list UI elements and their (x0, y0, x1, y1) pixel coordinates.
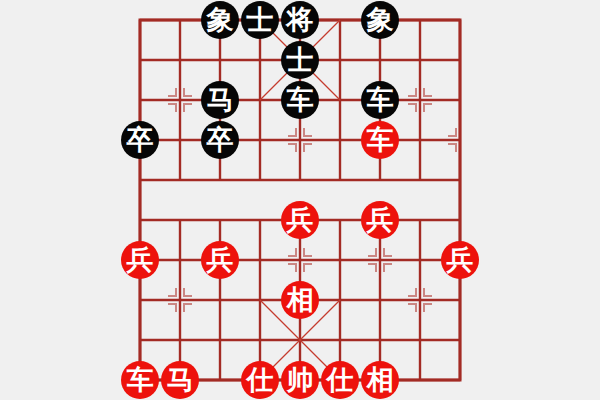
piece-red-king[interactable]: 帅 (281, 361, 319, 399)
intersection-6-5: 兵 (360, 200, 400, 240)
intersection-0-6: 兵 (120, 240, 160, 280)
intersection-2-9 (200, 360, 240, 400)
intersection-0-7 (120, 280, 160, 320)
intersection-0-1 (120, 40, 160, 80)
intersection-8-3 (440, 120, 480, 160)
intersection-2-3: 卒 (200, 120, 240, 160)
intersection-8-5 (440, 200, 480, 240)
intersection-7-4 (400, 160, 440, 200)
piece-black-elephant[interactable]: 象 (361, 1, 399, 39)
intersection-6-9: 相 (360, 360, 400, 400)
intersection-8-9 (440, 360, 480, 400)
intersection-2-4 (200, 160, 240, 200)
intersection-3-1 (240, 40, 280, 80)
intersection-1-2 (160, 80, 200, 120)
intersection-7-3 (400, 120, 440, 160)
intersection-3-4 (240, 160, 280, 200)
intersection-5-4 (320, 160, 360, 200)
intersection-7-2 (400, 80, 440, 120)
intersection-2-6: 兵 (200, 240, 240, 280)
piece-black-advisor[interactable]: 士 (281, 41, 319, 79)
intersection-7-9 (400, 360, 440, 400)
intersection-5-7 (320, 280, 360, 320)
intersection-1-1 (160, 40, 200, 80)
intersection-3-0: 士 (240, 0, 280, 40)
piece-red-elephant[interactable]: 相 (281, 281, 319, 319)
intersection-6-2: 车 (360, 80, 400, 120)
intersection-4-6 (280, 240, 320, 280)
intersection-1-9: 马 (160, 360, 200, 400)
piece-black-chariot[interactable]: 车 (281, 81, 319, 119)
piece-red-soldier[interactable]: 兵 (441, 241, 479, 279)
intersection-0-2 (120, 80, 160, 120)
intersection-4-3 (280, 120, 320, 160)
board-intersections: 象士将象士马车车卒卒车兵兵兵兵兵相车马仕帅仕相 (120, 0, 480, 400)
intersection-8-0 (440, 0, 480, 40)
intersection-1-3 (160, 120, 200, 160)
intersection-6-1 (360, 40, 400, 80)
piece-red-elephant[interactable]: 相 (361, 361, 399, 399)
intersection-0-3: 卒 (120, 120, 160, 160)
piece-red-soldier[interactable]: 兵 (361, 201, 399, 239)
intersection-3-5 (240, 200, 280, 240)
intersection-5-5 (320, 200, 360, 240)
intersection-0-0 (120, 0, 160, 40)
intersection-6-0: 象 (360, 0, 400, 40)
intersection-4-5: 兵 (280, 200, 320, 240)
intersection-7-0 (400, 0, 440, 40)
intersection-5-8 (320, 320, 360, 360)
intersection-2-2: 马 (200, 80, 240, 120)
intersection-6-4 (360, 160, 400, 200)
intersection-5-9: 仕 (320, 360, 360, 400)
intersection-8-1 (440, 40, 480, 80)
intersection-7-6 (400, 240, 440, 280)
intersection-8-2 (440, 80, 480, 120)
intersection-2-5 (200, 200, 240, 240)
intersection-4-4 (280, 160, 320, 200)
piece-black-soldier[interactable]: 卒 (201, 121, 239, 159)
intersection-2-0: 象 (200, 0, 240, 40)
piece-red-soldier[interactable]: 兵 (281, 201, 319, 239)
intersection-1-4 (160, 160, 200, 200)
intersection-6-7 (360, 280, 400, 320)
intersection-4-9: 帅 (280, 360, 320, 400)
piece-red-soldier[interactable]: 兵 (121, 241, 159, 279)
intersection-7-8 (400, 320, 440, 360)
xiangqi-board: 象士将象士马车车卒卒车兵兵兵兵兵相车马仕帅仕相 (0, 0, 600, 400)
intersection-8-8 (440, 320, 480, 360)
piece-black-elephant[interactable]: 象 (201, 1, 239, 39)
intersection-3-9: 仕 (240, 360, 280, 400)
intersection-4-8 (280, 320, 320, 360)
intersection-3-3 (240, 120, 280, 160)
intersection-3-2 (240, 80, 280, 120)
intersection-1-5 (160, 200, 200, 240)
intersection-8-6: 兵 (440, 240, 480, 280)
intersection-1-8 (160, 320, 200, 360)
intersection-1-7 (160, 280, 200, 320)
intersection-2-8 (200, 320, 240, 360)
intersection-6-8 (360, 320, 400, 360)
intersection-8-4 (440, 160, 480, 200)
intersection-0-8 (120, 320, 160, 360)
intersection-7-5 (400, 200, 440, 240)
piece-red-advisor[interactable]: 仕 (321, 361, 359, 399)
piece-black-chariot[interactable]: 车 (361, 81, 399, 119)
intersection-0-5 (120, 200, 160, 240)
intersection-7-7 (400, 280, 440, 320)
piece-red-chariot[interactable]: 车 (121, 361, 159, 399)
intersection-7-1 (400, 40, 440, 80)
piece-red-soldier[interactable]: 兵 (201, 241, 239, 279)
intersection-1-0 (160, 0, 200, 40)
intersection-4-1: 士 (280, 40, 320, 80)
piece-red-horse[interactable]: 马 (161, 361, 199, 399)
piece-red-chariot[interactable]: 车 (361, 121, 399, 159)
intersection-5-1 (320, 40, 360, 80)
intersection-4-2: 车 (280, 80, 320, 120)
intersection-0-4 (120, 160, 160, 200)
intersection-4-7: 相 (280, 280, 320, 320)
piece-black-general[interactable]: 将 (281, 1, 319, 39)
intersection-5-3 (320, 120, 360, 160)
intersection-3-7 (240, 280, 280, 320)
piece-black-advisor[interactable]: 士 (241, 1, 279, 39)
intersection-5-0 (320, 0, 360, 40)
intersection-0-9: 车 (120, 360, 160, 400)
intersection-6-3: 车 (360, 120, 400, 160)
intersection-4-0: 将 (280, 0, 320, 40)
intersection-2-1 (200, 40, 240, 80)
intersection-3-8 (240, 320, 280, 360)
intersection-6-6 (360, 240, 400, 280)
intersection-1-6 (160, 240, 200, 280)
piece-black-soldier[interactable]: 卒 (121, 121, 159, 159)
intersection-3-6 (240, 240, 280, 280)
intersection-5-6 (320, 240, 360, 280)
intersection-2-7 (200, 280, 240, 320)
piece-red-advisor[interactable]: 仕 (241, 361, 279, 399)
piece-black-horse[interactable]: 马 (201, 81, 239, 119)
intersection-5-2 (320, 80, 360, 120)
intersection-8-7 (440, 280, 480, 320)
